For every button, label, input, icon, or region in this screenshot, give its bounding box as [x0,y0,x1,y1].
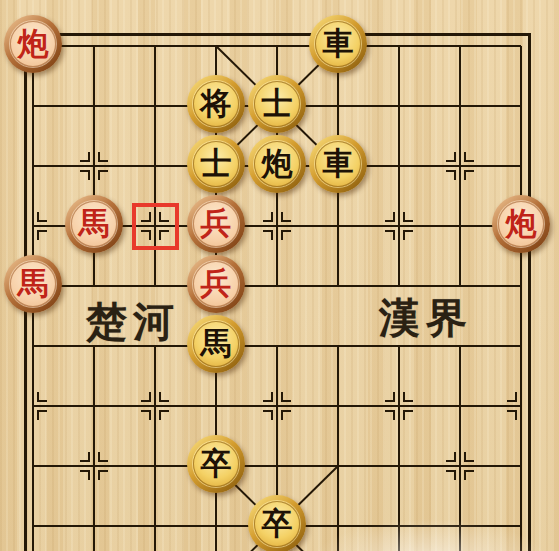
river-label-right: 漢界 [379,291,473,346]
piece-black-advisor[interactable]: 士 [187,135,245,193]
piece-red-horse[interactable]: 馬 [4,255,62,313]
black-horse-glyph: 馬 [193,321,239,367]
black-chariot-glyph: 車 [315,21,361,67]
piece-black-general[interactable]: 将 [187,75,245,133]
river-label-left: 楚河 [86,295,180,350]
piece-red-cannon[interactable]: 炮 [4,15,62,73]
piece-black-horse[interactable]: 馬 [187,315,245,373]
xiangqi-board: 楚河 漢界 炮車将士士炮車馬兵炮馬兵馬卒卒 [0,0,559,551]
black-general-glyph: 将 [193,81,239,127]
piece-black-chariot[interactable]: 車 [309,15,367,73]
piece-black-soldier[interactable]: 卒 [187,435,245,493]
piece-black-chariot[interactable]: 車 [309,135,367,193]
piece-red-horse[interactable]: 馬 [65,195,123,253]
piece-red-cannon[interactable]: 炮 [492,195,550,253]
red-soldier-glyph: 兵 [193,261,239,307]
red-cannon-glyph: 炮 [498,201,544,247]
black-chariot-glyph: 車 [315,141,361,187]
red-horse-glyph: 馬 [71,201,117,247]
piece-black-soldier[interactable]: 卒 [248,495,306,551]
piece-red-soldier[interactable]: 兵 [187,195,245,253]
black-advisor-glyph: 士 [254,81,300,127]
black-cannon-glyph: 炮 [254,141,300,187]
red-cannon-glyph: 炮 [10,21,56,67]
last-move-origin-highlight [132,203,179,250]
piece-black-cannon[interactable]: 炮 [248,135,306,193]
red-soldier-glyph: 兵 [193,201,239,247]
black-advisor-glyph: 士 [193,141,239,187]
black-soldier-glyph: 卒 [254,501,300,547]
black-soldier-glyph: 卒 [193,441,239,487]
piece-black-advisor[interactable]: 士 [248,75,306,133]
red-horse-glyph: 馬 [10,261,56,307]
piece-red-soldier[interactable]: 兵 [187,255,245,313]
